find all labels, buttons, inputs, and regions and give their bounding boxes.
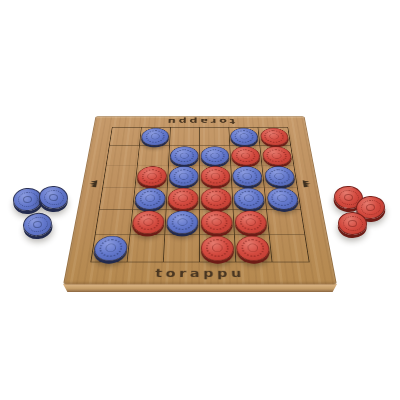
cell-r5c1[interactable] bbox=[96, 210, 133, 235]
cell-r3c2[interactable] bbox=[135, 166, 168, 187]
tray-left-blue-disc-3[interactable] bbox=[21, 211, 54, 239]
red-disc-r5c2[interactable] bbox=[131, 211, 164, 234]
red-disc-r4c4[interactable] bbox=[201, 188, 232, 210]
red-disc-r6c4[interactable] bbox=[201, 236, 235, 261]
cell-r6c2[interactable] bbox=[128, 235, 166, 262]
crest-icon-right bbox=[300, 179, 315, 188]
blue-disc-r5c3[interactable] bbox=[166, 211, 198, 234]
cell-r5c2[interactable] bbox=[130, 210, 166, 235]
cell-r3c3[interactable] bbox=[168, 166, 200, 187]
cell-r1c5[interactable] bbox=[229, 128, 260, 147]
cell-r3c4[interactable] bbox=[200, 166, 232, 187]
cell-r4c5[interactable] bbox=[232, 187, 267, 210]
cell-r6c5[interactable] bbox=[235, 235, 273, 262]
board-side-edge bbox=[63, 284, 337, 292]
cell-r3c6[interactable] bbox=[262, 166, 297, 187]
board-grid bbox=[90, 127, 309, 262]
cell-r1c3[interactable] bbox=[170, 128, 200, 147]
cell-r4c6[interactable] bbox=[265, 187, 301, 210]
cell-r4c3[interactable] bbox=[166, 187, 200, 210]
blue-disc-r1c5[interactable] bbox=[230, 128, 259, 146]
brand-label-bottom: torappu bbox=[65, 267, 335, 281]
cell-r5c5[interactable] bbox=[234, 210, 270, 235]
red-disc-r4c3[interactable] bbox=[167, 188, 198, 210]
red-disc-r3c2[interactable] bbox=[136, 166, 167, 186]
board-surface: torappu torappu bbox=[63, 116, 337, 284]
red-disc-r5c5[interactable] bbox=[234, 211, 267, 234]
cell-r4c1[interactable] bbox=[99, 187, 135, 210]
scene: torappu torappu bbox=[0, 0, 400, 400]
cell-r2c5[interactable] bbox=[230, 146, 262, 166]
blue-disc-r3c3[interactable] bbox=[169, 166, 199, 186]
cell-r1c6[interactable] bbox=[258, 128, 290, 147]
cell-r5c3[interactable] bbox=[165, 210, 200, 235]
red-disc-r3c4[interactable] bbox=[201, 166, 231, 186]
cell-r2c3[interactable] bbox=[169, 146, 200, 166]
cell-r6c3[interactable] bbox=[164, 235, 200, 262]
blue-disc-r4c5[interactable] bbox=[233, 188, 265, 210]
cell-r1c1[interactable] bbox=[110, 128, 142, 147]
blue-disc-r4c6[interactable] bbox=[266, 188, 299, 210]
red-disc-r6c5[interactable] bbox=[236, 236, 271, 261]
red-disc-r1c6[interactable] bbox=[259, 128, 289, 146]
cell-r2c1[interactable] bbox=[106, 146, 139, 166]
cell-r5c4[interactable] bbox=[200, 210, 235, 235]
tray-left-blue-disc-2[interactable] bbox=[38, 185, 69, 210]
blue-disc-r4c2[interactable] bbox=[134, 188, 166, 210]
red-disc-r2c6[interactable] bbox=[261, 146, 292, 165]
cell-r2c6[interactable] bbox=[260, 146, 293, 166]
blue-disc-r1c2[interactable] bbox=[141, 128, 170, 146]
cell-r6c1[interactable] bbox=[91, 235, 130, 262]
blue-disc-r2c3[interactable] bbox=[170, 146, 199, 165]
cell-r2c2[interactable] bbox=[138, 146, 170, 166]
blue-disc-r2c4[interactable] bbox=[201, 146, 230, 165]
game-board: torappu torappu bbox=[63, 116, 337, 284]
blue-disc-r3c5[interactable] bbox=[232, 166, 263, 186]
crest-icon-left bbox=[86, 179, 101, 188]
blue-disc-r3c6[interactable] bbox=[264, 166, 296, 186]
cell-r6c4[interactable] bbox=[200, 235, 236, 262]
cell-r1c4[interactable] bbox=[200, 128, 230, 147]
cell-r2c4[interactable] bbox=[200, 146, 231, 166]
cell-r6c6[interactable] bbox=[270, 235, 309, 262]
cell-r1c2[interactable] bbox=[140, 128, 171, 147]
cell-r4c4[interactable] bbox=[200, 187, 234, 210]
red-disc-r2c5[interactable] bbox=[231, 146, 261, 165]
blue-disc-r6c1[interactable] bbox=[92, 236, 128, 261]
brand-label-top: torappu bbox=[94, 117, 305, 125]
red-disc-r5c4[interactable] bbox=[201, 211, 233, 234]
cell-r5c6[interactable] bbox=[267, 210, 304, 235]
cell-r3c5[interactable] bbox=[231, 166, 264, 187]
cell-r4c2[interactable] bbox=[133, 187, 168, 210]
cell-r3c1[interactable] bbox=[103, 166, 138, 187]
